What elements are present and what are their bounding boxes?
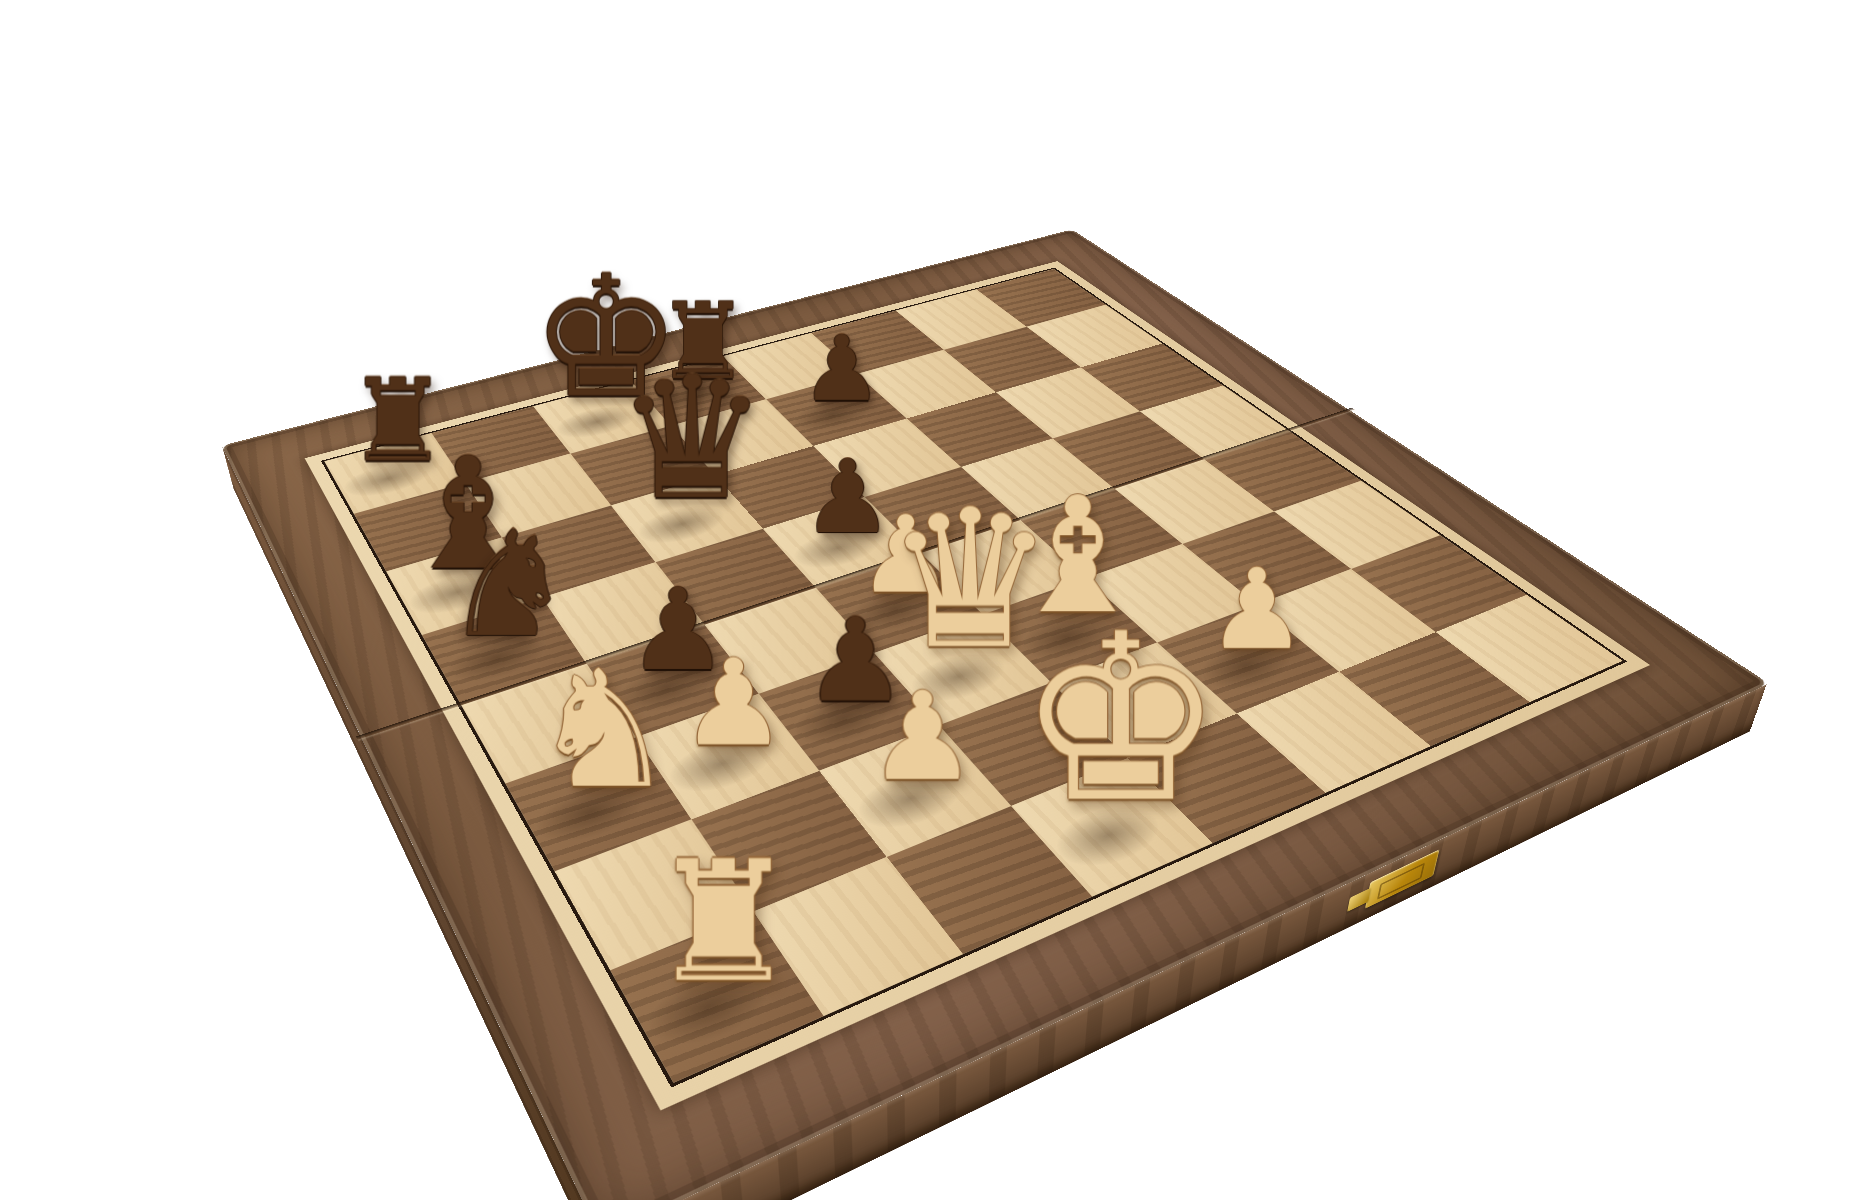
white-knight-icon: ♞: [531, 649, 676, 811]
white-rook-icon: ♜: [649, 839, 799, 1006]
white-pawn-icon: ♟: [868, 676, 978, 798]
black-pawn-icon: ♟: [801, 324, 882, 414]
square-c6[interactable]: ♛: [611, 475, 763, 562]
pinstripe-border: ♜♚♜♟♝♛♞♟♟♟♞♟♟♛♝♟♟♜♚: [321, 268, 1627, 1088]
chess-board-grid: ♜♚♜♟♝♛♞♟♟♟♞♟♟♛♝♟♟♜♚: [324, 269, 1622, 1083]
product-photo-stage: ♜♚♜♟♝♛♞♟♟♟♞♟♟♛♝♟♟♜♚: [0, 0, 1851, 1200]
white-king-icon: ♚: [1017, 603, 1224, 834]
white-pawn-icon: ♟: [680, 644, 787, 764]
black-queen-icon: ♛: [616, 354, 768, 524]
chess-box-3d-scene: ♜♚♜♟♝♛♞♟♟♟♞♟♟♛♝♟♟♜♚: [222, 229, 1769, 1200]
